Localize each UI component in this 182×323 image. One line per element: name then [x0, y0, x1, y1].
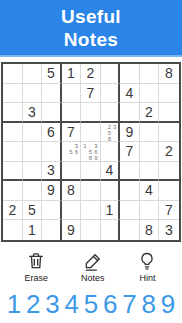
cell-r3c5[interactable] — [81, 103, 101, 123]
given-number: 9 — [67, 222, 75, 238]
cell-r5c4[interactable]: 356 — [62, 142, 82, 162]
cell-r8c7[interactable] — [120, 201, 140, 221]
given-number: 6 — [47, 124, 55, 140]
digit-button-9[interactable]: 9 — [159, 290, 177, 318]
cell-r1c9[interactable]: 8 — [159, 64, 179, 84]
given-number: 4 — [126, 85, 134, 101]
cell-r4c9[interactable] — [159, 123, 179, 143]
cell-r9c9[interactable]: 3 — [159, 220, 179, 240]
given-number: 7 — [87, 85, 95, 101]
cell-r2c4[interactable] — [62, 84, 82, 104]
cell-r7c4[interactable]: 8 — [62, 181, 82, 201]
cell-r8c8[interactable] — [140, 201, 160, 221]
pencil-notes: 2358 — [101, 123, 119, 142]
page-title-line2: Notes — [0, 28, 182, 51]
given-number: 2 — [87, 65, 95, 81]
given-number: 3 — [165, 222, 173, 238]
given-number: 2 — [165, 143, 173, 159]
cell-r8c5[interactable] — [81, 201, 101, 221]
cell-r1c3[interactable]: 5 — [42, 64, 62, 84]
digit-button-1[interactable]: 1 — [5, 290, 23, 318]
cell-r2c2[interactable] — [23, 84, 43, 104]
cell-r3c7[interactable] — [120, 103, 140, 123]
cell-r2c6[interactable] — [101, 84, 121, 104]
header-accent-line — [0, 55, 182, 57]
given-number: 7 — [165, 202, 173, 218]
cell-r7c9[interactable] — [159, 181, 179, 201]
cell-r4c5[interactable] — [81, 123, 101, 143]
given-number: 9 — [47, 182, 55, 198]
notes-button[interactable]: Notes — [81, 251, 105, 283]
digit-button-4[interactable]: 4 — [63, 290, 81, 318]
cell-r1c7[interactable] — [120, 64, 140, 84]
cell-r4c8[interactable] — [140, 123, 160, 143]
cell-r9c2[interactable]: 1 — [23, 220, 43, 240]
cell-r3c2[interactable]: 3 — [23, 103, 43, 123]
digit-button-8[interactable]: 8 — [140, 290, 158, 318]
given-number: 3 — [47, 162, 55, 178]
digit-button-7[interactable]: 7 — [121, 290, 139, 318]
cell-r4c1[interactable] — [3, 123, 23, 143]
cell-r3c3[interactable] — [42, 103, 62, 123]
cell-r9c1[interactable] — [3, 220, 23, 240]
cell-r4c2[interactable] — [23, 123, 43, 143]
cell-r1c8[interactable] — [140, 64, 160, 84]
cell-r5c3[interactable] — [42, 142, 62, 162]
given-number: 7 — [126, 143, 134, 159]
given-number: 8 — [165, 65, 173, 81]
cell-r1c1[interactable] — [3, 64, 23, 84]
given-number: 5 — [28, 202, 36, 218]
cell-r7c6[interactable] — [101, 181, 121, 201]
toolbar: Erase Notes Hint — [0, 251, 182, 283]
cell-r1c5[interactable]: 2 — [81, 64, 101, 84]
cell-r9c3[interactable] — [42, 220, 62, 240]
cell-r1c4[interactable]: 1 — [62, 64, 82, 84]
cell-r8c9[interactable]: 7 — [159, 201, 179, 221]
notes-label: Notes — [81, 273, 105, 283]
cell-r5c7[interactable]: 7 — [120, 142, 140, 162]
cell-r9c4[interactable]: 9 — [62, 220, 82, 240]
cell-r7c8[interactable]: 4 — [140, 181, 160, 201]
cell-r8c2[interactable]: 5 — [23, 201, 43, 221]
cell-r6c5[interactable] — [81, 162, 101, 182]
cell-r7c7[interactable] — [120, 181, 140, 201]
cell-r6c7[interactable] — [120, 162, 140, 182]
cell-r9c6[interactable] — [101, 220, 121, 240]
trash-icon — [26, 251, 46, 271]
cell-r7c2[interactable] — [23, 181, 43, 201]
number-pad: 123456789 — [0, 290, 182, 318]
cell-r6c2[interactable] — [23, 162, 43, 182]
pencil-notes: 135689 — [81, 142, 100, 161]
cell-r5c6[interactable] — [101, 142, 121, 162]
page-title-line1: Useful — [0, 5, 182, 28]
given-number: 2 — [145, 104, 153, 120]
digit-button-5[interactable]: 5 — [82, 290, 100, 318]
hint-button[interactable]: Hint — [137, 251, 157, 283]
cell-r6c6[interactable]: 4 — [101, 162, 121, 182]
cell-r2c7[interactable]: 4 — [120, 84, 140, 104]
pencil-notes: 356 — [62, 142, 81, 161]
cell-r3c9[interactable] — [159, 103, 179, 123]
bulb-icon — [137, 251, 157, 271]
cell-r7c1[interactable] — [3, 181, 23, 201]
sudoku-board: 512874326723589356135689723498425171983 — [1, 62, 181, 242]
cell-r8c4[interactable] — [62, 201, 82, 221]
cell-r2c1[interactable] — [3, 84, 23, 104]
cell-r1c2[interactable] — [23, 64, 43, 84]
cell-r8c6[interactable]: 1 — [101, 201, 121, 221]
given-number: 5 — [47, 65, 55, 81]
given-number: 2 — [9, 202, 17, 218]
given-number: 8 — [67, 182, 75, 198]
erase-label: Erase — [24, 273, 48, 283]
cell-r3c1[interactable] — [3, 103, 23, 123]
cell-r6c9[interactable] — [159, 162, 179, 182]
cell-r7c3[interactable]: 9 — [42, 181, 62, 201]
digit-button-2[interactable]: 2 — [24, 290, 42, 318]
given-number: 4 — [106, 162, 114, 178]
cell-r4c3[interactable]: 6 — [42, 123, 62, 143]
cell-r7c5[interactable] — [81, 181, 101, 201]
cell-r6c8[interactable] — [140, 162, 160, 182]
cell-r3c6[interactable] — [101, 103, 121, 123]
digit-button-3[interactable]: 3 — [44, 290, 62, 318]
hint-label: Hint — [139, 273, 155, 283]
given-number: 8 — [145, 222, 153, 238]
cell-r5c2[interactable] — [23, 142, 43, 162]
given-number: 1 — [28, 222, 36, 238]
cell-r8c1[interactable]: 2 — [3, 201, 23, 221]
cell-r6c1[interactable] — [3, 162, 23, 182]
pencil-icon — [83, 251, 103, 271]
cell-r2c9[interactable] — [159, 84, 179, 104]
cell-r9c8[interactable]: 8 — [140, 220, 160, 240]
erase-button[interactable]: Erase — [24, 251, 48, 283]
given-number: 7 — [67, 124, 75, 140]
given-number: 1 — [67, 65, 75, 81]
cell-r1c6[interactable] — [101, 64, 121, 84]
given-number: 4 — [145, 182, 153, 198]
given-number: 9 — [126, 124, 134, 140]
digit-button-6[interactable]: 6 — [101, 290, 119, 318]
cell-r4c4[interactable]: 7 — [62, 123, 82, 143]
cell-r9c7[interactable] — [120, 220, 140, 240]
cell-r3c8[interactable]: 2 — [140, 103, 160, 123]
cell-r5c5[interactable]: 135689 — [81, 142, 101, 162]
cell-r4c7[interactable]: 9 — [120, 123, 140, 143]
cell-r5c9[interactable]: 2 — [159, 142, 179, 162]
cell-r5c8[interactable] — [140, 142, 160, 162]
cell-r5c1[interactable] — [3, 142, 23, 162]
given-number: 3 — [28, 104, 36, 120]
cell-r2c5[interactable]: 7 — [81, 84, 101, 104]
cell-r2c8[interactable] — [140, 84, 160, 104]
cell-r6c3[interactable]: 3 — [42, 162, 62, 182]
cell-r2c3[interactable] — [42, 84, 62, 104]
cell-r4c6[interactable]: 2358 — [101, 123, 121, 143]
cell-r9c5[interactable] — [81, 220, 101, 240]
cell-r6c4[interactable] — [62, 162, 82, 182]
given-number: 1 — [106, 202, 114, 218]
cell-r3c4[interactable] — [62, 103, 82, 123]
app-header: Useful Notes — [0, 0, 182, 55]
cell-r8c3[interactable] — [42, 201, 62, 221]
